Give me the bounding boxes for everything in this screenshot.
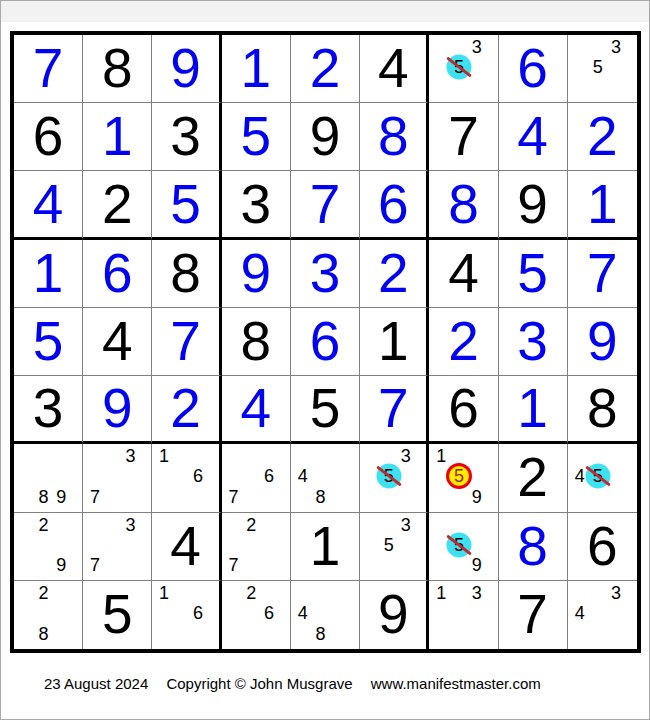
candidate-slot-2	[104, 446, 122, 466]
cell-value: 7	[14, 35, 82, 102]
cell-value: 8	[360, 103, 426, 170]
cell-value: 2	[360, 240, 426, 307]
cell-r6c8[interactable]: 1	[499, 376, 568, 444]
candidate-slot-8	[173, 486, 190, 506]
candidate-slot-3: 3	[397, 515, 414, 535]
cell-r5c8[interactable]: 3	[499, 308, 568, 376]
candidate-8: 8	[39, 625, 49, 643]
candidate-3: 3	[401, 516, 411, 534]
candidate-slot-5: 5	[450, 57, 468, 77]
footer-website: www.manifestmaster.com	[371, 675, 541, 692]
cell-r5c2[interactable]: 4	[83, 308, 152, 376]
cell-value: 8	[152, 240, 218, 307]
cell-r8c8[interactable]: 8	[499, 513, 568, 581]
candidate-slot-3	[52, 515, 70, 535]
candidate-slot-1	[225, 515, 243, 535]
cell-r1c3[interactable]: 9	[152, 35, 221, 103]
candidate-slot-7	[432, 486, 450, 506]
cell-value: 6	[291, 308, 359, 375]
cell-r3c7[interactable]: 8	[429, 171, 498, 239]
cell-r9c1[interactable]: 28	[14, 581, 83, 649]
candidate-slot-9	[190, 624, 207, 644]
candidate-slot-4	[155, 466, 172, 486]
candidate-slot-1: 1	[155, 446, 172, 466]
candidate-slot-7: 7	[86, 555, 104, 575]
candidate-3: 3	[611, 584, 621, 602]
candidate-grid: 48	[294, 446, 347, 506]
cell-r6c7[interactable]: 6	[429, 376, 498, 444]
candidate-9: 9	[56, 556, 66, 574]
cell-r5c4[interactable]: 8	[222, 308, 291, 376]
candidate-slot-6	[52, 466, 70, 486]
cell-r9c3[interactable]: 16	[152, 581, 221, 649]
candidate-slot-8	[173, 624, 190, 644]
cell-r9c7[interactable]: 13	[429, 581, 498, 649]
cell-r7c7[interactable]: 159	[429, 444, 498, 512]
candidate-slot-8	[242, 555, 260, 575]
candidate-slot-1	[363, 446, 380, 466]
cell-r7c4[interactable]: 67	[222, 444, 291, 512]
candidate-grid: 37	[86, 446, 139, 506]
cell-r5c5[interactable]: 6	[291, 308, 360, 376]
candidate-slot-8	[450, 555, 468, 575]
candidate-grid: 16	[155, 446, 206, 506]
candidate-slot-9	[607, 624, 625, 644]
cell-value: 8	[222, 308, 290, 375]
cell-r7c2[interactable]: 37	[83, 444, 152, 512]
candidate-slot-3	[329, 583, 347, 603]
candidate-slot-7	[17, 555, 35, 575]
candidate-slot-3: 3	[607, 583, 625, 603]
cell-r1c4[interactable]: 1	[222, 35, 291, 103]
candidate-slot-1	[86, 446, 104, 466]
candidate-4: 4	[575, 604, 585, 622]
candidate-slot-2: 2	[242, 583, 260, 603]
candidate-8: 8	[315, 488, 325, 506]
candidate-grid: 28	[17, 583, 70, 644]
cell-r1c8[interactable]: 6	[499, 35, 568, 103]
cell-r3c2[interactable]: 2	[83, 171, 152, 239]
candidate-slot-5	[104, 535, 122, 555]
cell-value: 8	[83, 35, 151, 102]
title-bar	[1, 1, 649, 22]
candidate-slot-2	[173, 583, 190, 603]
cell-r8c1[interactable]: 29	[14, 513, 83, 581]
candidate-slot-1	[225, 583, 243, 603]
candidate-slot-3: 3	[607, 37, 625, 57]
cell-r7c9[interactable]: 45	[568, 444, 637, 512]
cell-r8c5[interactable]: 1	[291, 513, 360, 581]
cell-r8c4[interactable]: 27	[222, 513, 291, 581]
candidate-slot-8: 8	[35, 486, 53, 506]
candidate-slot-6	[607, 603, 625, 623]
candidate-slot-1	[571, 583, 589, 603]
candidate-1: 1	[159, 584, 169, 602]
candidate-slot-5: 5	[380, 466, 397, 486]
candidate-2: 2	[39, 584, 49, 602]
cell-r4c2[interactable]: 6	[83, 240, 152, 308]
cell-r2c6[interactable]: 8	[360, 103, 429, 171]
candidate-slot-5	[450, 603, 468, 623]
cell-value: 1	[83, 103, 151, 170]
candidate-slot-6: 6	[260, 603, 278, 623]
candidate-slot-4	[432, 603, 450, 623]
candidate-slot-1: 1	[432, 446, 450, 466]
candidate-slot-8	[450, 77, 468, 97]
candidate-slot-8	[589, 486, 607, 506]
candidate-slot-3	[329, 446, 347, 466]
cell-r6c5[interactable]: 5	[291, 376, 360, 444]
candidate-7: 7	[229, 556, 239, 574]
candidate-slot-3: 3	[468, 37, 486, 57]
candidate-grid: 16	[155, 583, 206, 644]
candidate-slot-7	[294, 486, 312, 506]
cell-r2c4[interactable]: 5	[222, 103, 291, 171]
candidate-slot-4	[571, 57, 589, 77]
cell-value: 5	[222, 103, 290, 170]
candidate-slot-8	[380, 486, 397, 506]
candidate-slot-4	[86, 535, 104, 555]
candidate-slot-6	[122, 466, 140, 486]
cell-value: 2	[291, 35, 359, 102]
cell-r6c4[interactable]: 4	[222, 376, 291, 444]
candidate-slot-5: 5	[450, 535, 468, 555]
cell-r3c4[interactable]: 3	[222, 171, 291, 239]
candidate-slot-3	[468, 446, 486, 466]
candidate-slot-8	[104, 486, 122, 506]
candidate-slot-1	[225, 446, 243, 466]
candidate-slot-8	[589, 77, 607, 97]
cell-r5c6[interactable]: 1	[360, 308, 429, 376]
cell-r4c5[interactable]: 3	[291, 240, 360, 308]
cell-r3c1[interactable]: 4	[14, 171, 83, 239]
candidate-2: 2	[39, 516, 49, 534]
candidate-slot-3: 3	[397, 446, 414, 466]
candidate-slot-1	[571, 446, 589, 466]
candidate-8: 8	[315, 625, 325, 643]
cell-r3c6[interactable]: 6	[360, 171, 429, 239]
candidate-slot-9: 9	[52, 486, 70, 506]
candidate-8: 8	[39, 488, 49, 506]
candidate-slot-1	[294, 583, 312, 603]
cell-r3c3[interactable]: 5	[152, 171, 221, 239]
cell-r6c6[interactable]: 7	[360, 376, 429, 444]
candidate-slot-4: 4	[294, 603, 312, 623]
candidate-slot-6: 6	[190, 603, 207, 623]
candidate-2: 2	[246, 584, 256, 602]
candidate-slot-5: 5	[380, 535, 397, 555]
cell-value: 4	[222, 376, 290, 441]
candidate-grid: 35	[363, 515, 414, 575]
cell-r2c8[interactable]: 4	[499, 103, 568, 171]
cell-r6c9[interactable]: 8	[568, 376, 637, 444]
cell-value: 2	[152, 376, 218, 441]
candidate-slot-8	[35, 555, 53, 575]
cell-r8c9[interactable]: 6	[568, 513, 637, 581]
cell-value: 1	[291, 513, 359, 580]
candidate-slot-1	[363, 515, 380, 535]
candidate-slot-9: 9	[468, 486, 486, 506]
candidate-slot-4	[155, 603, 172, 623]
candidate-slot-3	[260, 583, 278, 603]
candidate-slot-6	[468, 603, 486, 623]
cell-r6c2[interactable]: 9	[83, 376, 152, 444]
cell-r1c9[interactable]: 35	[568, 35, 637, 103]
candidate-9: 9	[56, 488, 66, 506]
candidate-grid: 34	[571, 583, 625, 644]
candidate-slot-6	[122, 535, 140, 555]
candidate-slot-3	[468, 515, 486, 535]
cell-r5c7[interactable]: 2	[429, 308, 498, 376]
candidate-slot-3	[190, 446, 207, 466]
candidate-slot-7	[432, 77, 450, 97]
cell-r3c8[interactable]: 9	[499, 171, 568, 239]
cell-value: 8	[568, 376, 637, 441]
candidate-3: 3	[401, 447, 411, 465]
cell-r2c3[interactable]: 3	[152, 103, 221, 171]
cell-r4c7[interactable]: 4	[429, 240, 498, 308]
cell-r4c6[interactable]: 2	[360, 240, 429, 308]
cell-r2c7[interactable]: 7	[429, 103, 498, 171]
candidate-slot-9	[607, 486, 625, 506]
candidate-slot-3	[52, 583, 70, 603]
candidate-slot-7: 7	[225, 555, 243, 575]
cell-r9c8[interactable]: 7	[499, 581, 568, 649]
candidate-slot-5	[312, 466, 330, 486]
candidate-slot-1	[17, 515, 35, 535]
candidate-slot-6	[329, 466, 347, 486]
candidate-6: 6	[193, 604, 203, 622]
cell-value: 4	[14, 171, 82, 236]
candidate-slot-9	[397, 486, 414, 506]
candidate-4: 4	[575, 467, 585, 485]
candidate-grid: 27	[225, 515, 278, 575]
candidate-slot-2	[589, 37, 607, 57]
cell-r4c8[interactable]: 5	[499, 240, 568, 308]
cell-value: 8	[429, 171, 497, 236]
cell-value: 5	[152, 171, 218, 236]
cell-value: 3	[152, 103, 218, 170]
candidate-slot-5	[242, 535, 260, 555]
sudoku-board: 7891243563561359874242537689116893245754…	[10, 31, 641, 653]
candidate-7: 7	[229, 488, 239, 506]
cell-value: 9	[222, 240, 290, 307]
candidate-grid: 48	[294, 583, 347, 644]
candidate-1: 1	[436, 584, 446, 602]
candidate-grid: 37	[86, 515, 139, 575]
cell-r8c7[interactable]: 59	[429, 513, 498, 581]
cell-r9c5[interactable]: 48	[291, 581, 360, 649]
candidate-9: 9	[472, 488, 482, 506]
cell-r3c5[interactable]: 7	[291, 171, 360, 239]
candidate-slot-4	[17, 535, 35, 555]
candidate-slot-7	[571, 77, 589, 97]
candidate-slot-2	[312, 446, 330, 466]
candidate-6: 6	[264, 604, 274, 622]
candidate-slot-1	[86, 515, 104, 535]
cell-r2c5[interactable]: 9	[291, 103, 360, 171]
candidate-slot-2: 2	[242, 515, 260, 535]
candidate-slot-8: 8	[312, 486, 330, 506]
candidate-slot-8	[104, 555, 122, 575]
candidate-slot-5	[589, 603, 607, 623]
cell-value: 5	[14, 308, 82, 375]
candidate-slot-6	[397, 535, 414, 555]
candidate-slot-8	[380, 555, 397, 575]
cell-r7c5[interactable]: 48	[291, 444, 360, 512]
cell-r4c9[interactable]: 7	[568, 240, 637, 308]
candidate-slot-9	[329, 624, 347, 644]
cell-value: 3	[499, 308, 567, 375]
candidate-slot-7	[155, 486, 172, 506]
candidate-slot-9	[260, 486, 278, 506]
cell-r8c6[interactable]: 35	[360, 513, 429, 581]
candidate-slot-7	[294, 624, 312, 644]
cell-r7c6[interactable]: 35	[360, 444, 429, 512]
candidate-7: 7	[90, 556, 100, 574]
cell-r8c2[interactable]: 37	[83, 513, 152, 581]
candidate-slot-5	[35, 466, 53, 486]
candidate-5: 5	[384, 536, 394, 554]
cell-r4c3[interactable]: 8	[152, 240, 221, 308]
cell-value: 8	[499, 513, 567, 580]
candidate-3: 3	[611, 38, 621, 56]
cell-r7c1[interactable]: 89	[14, 444, 83, 512]
candidate-slot-7	[155, 624, 172, 644]
candidate-slot-4	[17, 466, 35, 486]
app-window: 7891243563561359874242537689116893245754…	[0, 0, 650, 720]
candidate-slot-3	[190, 583, 207, 603]
candidate-slot-5	[35, 603, 53, 623]
cell-r3c9[interactable]: 1	[568, 171, 637, 239]
cell-value: 1	[568, 171, 637, 236]
cell-r4c4[interactable]: 9	[222, 240, 291, 308]
cell-r1c1[interactable]: 7	[14, 35, 83, 103]
cell-r1c7[interactable]: 35	[429, 35, 498, 103]
candidate-slot-3: 3	[468, 583, 486, 603]
candidate-5: 5	[454, 467, 464, 485]
candidate-1: 1	[159, 447, 169, 465]
candidate-slot-2	[242, 446, 260, 466]
candidate-slot-7	[432, 624, 450, 644]
candidate-slot-4	[225, 535, 243, 555]
cell-r6c1[interactable]: 3	[14, 376, 83, 444]
candidate-slot-1: 1	[432, 583, 450, 603]
candidate-slot-1	[432, 37, 450, 57]
candidate-slot-8: 8	[312, 624, 330, 644]
candidate-slot-2	[173, 446, 190, 466]
cell-r2c1[interactable]: 6	[14, 103, 83, 171]
candidate-grid: 35	[432, 37, 485, 97]
candidate-slot-9	[397, 555, 414, 575]
candidate-slot-5	[242, 466, 260, 486]
candidate-slot-6	[607, 57, 625, 77]
cell-r7c3[interactable]: 16	[152, 444, 221, 512]
candidate-grid: 13	[432, 583, 485, 644]
cell-r9c6[interactable]: 9	[360, 581, 429, 649]
cell-value: 9	[83, 376, 151, 441]
candidate-7: 7	[90, 488, 100, 506]
candidate-slot-4: 4	[571, 603, 589, 623]
cell-value: 6	[568, 513, 637, 580]
cell-r1c6[interactable]: 4	[360, 35, 429, 103]
cell-r9c2[interactable]: 5	[83, 581, 152, 649]
candidate-slot-9: 9	[468, 555, 486, 575]
footer-copyright: Copyright © John Musgrave	[166, 675, 352, 692]
candidate-slot-4	[225, 603, 243, 623]
candidate-slot-4	[86, 466, 104, 486]
candidate-slot-2	[450, 583, 468, 603]
candidate-grid: 89	[17, 446, 70, 506]
candidate-slot-1	[571, 37, 589, 57]
cell-r4c1[interactable]: 1	[14, 240, 83, 308]
cell-r9c9[interactable]: 34	[568, 581, 637, 649]
candidate-slot-5	[173, 603, 190, 623]
cell-r7c8[interactable]: 2	[499, 444, 568, 512]
candidate-slot-3	[260, 515, 278, 535]
candidate-slot-1	[294, 446, 312, 466]
candidate-slot-8	[450, 486, 468, 506]
candidate-grid: 29	[17, 515, 70, 575]
candidate-slot-4	[363, 535, 380, 555]
cell-value: 7	[499, 581, 567, 649]
footer-date: 23 August 2024	[44, 675, 148, 692]
candidate-slot-2: 2	[35, 583, 53, 603]
candidate-slot-9	[190, 486, 207, 506]
candidate-5: 5	[593, 58, 603, 76]
candidate-slot-4	[17, 603, 35, 623]
cell-value: 2	[499, 444, 567, 511]
cell-r9c4[interactable]: 26	[222, 581, 291, 649]
candidate-slot-3	[260, 446, 278, 466]
candidate-slot-9: 9	[52, 555, 70, 575]
cell-value: 4	[499, 103, 567, 170]
candidate-9: 9	[472, 556, 482, 574]
cell-value: 1	[360, 308, 426, 375]
candidate-grid: 35	[363, 446, 414, 506]
candidate-3: 3	[472, 584, 482, 602]
cell-value: 2	[83, 171, 151, 236]
candidate-slot-1	[17, 446, 35, 466]
candidate-slot-8: 8	[35, 624, 53, 644]
cell-r6c3[interactable]: 2	[152, 376, 221, 444]
cell-r8c3[interactable]: 4	[152, 513, 221, 581]
candidate-slot-8	[242, 486, 260, 506]
cell-r1c5[interactable]: 2	[291, 35, 360, 103]
cell-value: 4	[83, 308, 151, 375]
cell-r5c9[interactable]: 9	[568, 308, 637, 376]
cell-r2c9[interactable]: 2	[568, 103, 637, 171]
candidate-slot-1	[432, 515, 450, 535]
candidate-slot-6	[52, 603, 70, 623]
cell-value: 3	[14, 376, 82, 441]
cell-value: 1	[499, 376, 567, 441]
candidate-slot-6	[329, 603, 347, 623]
cell-value: 9	[499, 171, 567, 236]
footer: 23 August 2024 Copyright © John Musgrave…	[44, 675, 541, 692]
cell-value: 6	[360, 171, 426, 236]
cell-r5c1[interactable]: 5	[14, 308, 83, 376]
cell-value: 7	[291, 171, 359, 236]
candidate-slot-2	[312, 583, 330, 603]
candidate-slot-7	[571, 624, 589, 644]
candidate-slot-2	[35, 446, 53, 466]
cell-r1c2[interactable]: 8	[83, 35, 152, 103]
candidate-6: 6	[264, 467, 274, 485]
cell-value: 9	[568, 308, 637, 375]
cell-r5c3[interactable]: 7	[152, 308, 221, 376]
cell-r2c2[interactable]: 1	[83, 103, 152, 171]
